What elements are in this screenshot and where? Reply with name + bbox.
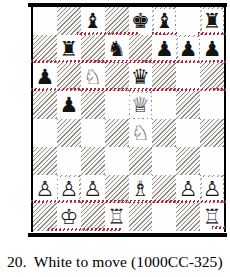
- red-zigzag-artifact: [48, 228, 122, 231]
- square-h6: [200, 63, 224, 91]
- square-f6: [152, 63, 176, 91]
- square-a2: ♙: [33, 175, 57, 203]
- square-h7: ♟: [200, 35, 224, 63]
- piece-black-king: ♚: [130, 9, 151, 34]
- piece-black-knight: ♞: [106, 37, 127, 62]
- piece-black-queen: ♛: [130, 65, 151, 90]
- square-f8: ♝: [152, 7, 176, 35]
- piece-black-pawn: ♟: [58, 93, 79, 118]
- square-a6: ♟: [33, 63, 57, 91]
- square-e4: ♘: [129, 119, 153, 147]
- square-b2: ♙: [57, 175, 81, 203]
- diagram-caption: 20.White to move(1000CC-325): [7, 253, 223, 271]
- square-e5: ♕: [129, 91, 153, 119]
- square-d8: [105, 7, 129, 35]
- square-b5: ♟: [57, 91, 81, 119]
- chessboard: ♝♚♝♜♜♞♟♟♟♟♘♛♟♕♘♙♙♙♗♙♙♔♖♖: [33, 7, 224, 231]
- square-h8: ♜: [200, 7, 224, 35]
- square-b6: [57, 63, 81, 91]
- piece-black-pawn: ♟: [202, 37, 223, 62]
- square-c4: [81, 119, 105, 147]
- board-frame-bottom: [28, 233, 227, 237]
- piece-white-king: ♔: [58, 205, 79, 230]
- square-b8: [57, 7, 81, 35]
- piece-white-queen: ♕: [130, 93, 151, 118]
- square-g2: ♙: [176, 175, 200, 203]
- piece-black-pawn: ♟: [178, 37, 199, 62]
- square-e6: ♛: [129, 63, 153, 91]
- piece-black-pawn: ♟: [34, 65, 55, 90]
- square-b7: ♜: [57, 35, 81, 63]
- piece-white-pawn: ♙: [202, 177, 223, 202]
- diagram-number: 20.: [7, 253, 27, 270]
- square-a3: [33, 147, 57, 175]
- square-c8: ♝: [81, 7, 105, 35]
- red-zigzag-artifact: [198, 32, 226, 35]
- square-f1: [152, 203, 176, 231]
- red-zigzag-artifact: [212, 226, 226, 229]
- red-zigzag-artifact: [77, 32, 140, 35]
- red-zigzag-artifact: [152, 32, 178, 35]
- square-e1: [129, 203, 153, 231]
- piece-black-rook: ♜: [202, 9, 223, 34]
- square-h4: [200, 119, 224, 147]
- square-c1: [81, 203, 105, 231]
- square-d2: [105, 175, 129, 203]
- piece-white-rook: ♖: [106, 205, 127, 230]
- piece-black-pawn: ♟: [154, 37, 175, 62]
- red-zigzag-artifact: [31, 200, 226, 203]
- square-c5: [81, 91, 105, 119]
- square-f4: [152, 119, 176, 147]
- square-g7: ♟: [176, 35, 200, 63]
- square-e3: [129, 147, 153, 175]
- piece-white-pawn: ♙: [58, 177, 79, 202]
- square-e8: ♚: [129, 7, 153, 35]
- piece-black-rook: ♜: [58, 37, 79, 62]
- square-d1: ♖: [105, 203, 129, 231]
- square-a8: [33, 7, 57, 35]
- square-a1: [33, 203, 57, 231]
- square-a4: [33, 119, 57, 147]
- square-h3: [200, 147, 224, 175]
- square-d3: [105, 147, 129, 175]
- square-d6: [105, 63, 129, 91]
- square-f5: [152, 91, 176, 119]
- piece-white-pawn: ♙: [34, 177, 55, 202]
- board-frame-right: [224, 6, 226, 232]
- piece-black-bishop: ♝: [154, 9, 175, 34]
- piece-white-bishop: ♗: [130, 177, 151, 202]
- square-g3: [176, 147, 200, 175]
- square-h5: [200, 91, 224, 119]
- square-e2: ♗: [129, 175, 153, 203]
- piece-white-knight: ♘: [130, 121, 151, 146]
- red-zigzag-artifact: [31, 60, 226, 63]
- square-b4: [57, 119, 81, 147]
- square-f3: [152, 147, 176, 175]
- square-f2: [152, 175, 176, 203]
- square-c2: ♙: [81, 175, 105, 203]
- square-c6: ♘: [81, 63, 105, 91]
- red-zigzag-artifact: [31, 88, 226, 91]
- piece-white-pawn: ♙: [82, 177, 103, 202]
- square-d4: [105, 119, 129, 147]
- caption-reference: (1000CC-325): [131, 253, 223, 270]
- piece-black-bishop: ♝: [82, 9, 103, 34]
- square-c7: [81, 35, 105, 63]
- square-c3: [81, 147, 105, 175]
- square-g8: [176, 7, 200, 35]
- square-b3: [57, 147, 81, 175]
- square-g6: [176, 63, 200, 91]
- square-e7: [129, 35, 153, 63]
- square-a7: [33, 35, 57, 63]
- square-g1: [176, 203, 200, 231]
- square-a5: [33, 91, 57, 119]
- piece-white-knight: ♘: [82, 65, 103, 90]
- square-f7: ♟: [152, 35, 176, 63]
- square-g5: [176, 91, 200, 119]
- piece-white-pawn: ♙: [178, 177, 199, 202]
- square-b1: ♔: [57, 203, 81, 231]
- square-d5: [105, 91, 129, 119]
- caption-text: White to move: [34, 253, 127, 270]
- square-g4: [176, 119, 200, 147]
- square-d7: ♞: [105, 35, 129, 63]
- square-h2: ♙: [200, 175, 224, 203]
